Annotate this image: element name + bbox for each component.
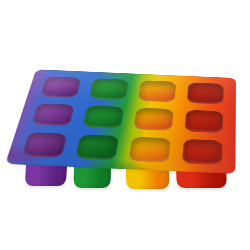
mold-cavity-r1c1-purple [40,76,81,98]
mold-cavity-r3c4-red [182,139,222,165]
mold-cavity-r1c2-green [89,78,129,100]
mold-cavity-grid [5,69,236,174]
mold-cavity-r3c3-yellow-orange [129,137,171,163]
mold-cavity-r3c2-dark-green [75,135,119,161]
mold-cavity-r2c4-red [185,110,224,134]
mold-cavity-r2c2-green [82,105,124,129]
mold-cavity-r1c4-dark-red [187,82,224,104]
mold-cavity-r2c1-purple [31,103,75,127]
product-photo-rainbow-silicone-mold [0,0,250,250]
silicone-mold-tray [5,69,236,174]
mold-cavity-r2c3-yellow-orange [133,107,173,131]
mold-cavity-r3c1-purple [22,132,68,158]
mold-cavity-r1c3-yellow-orange [138,80,176,102]
